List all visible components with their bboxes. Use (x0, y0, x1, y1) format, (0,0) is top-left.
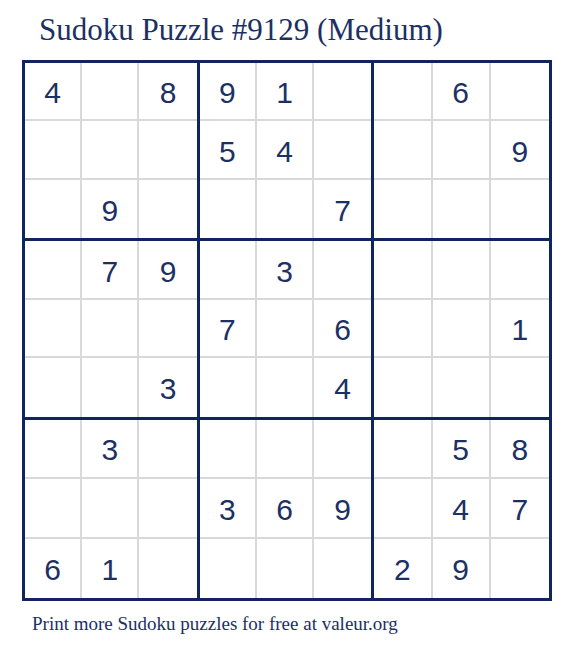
cell-r6c6: 4 (314, 358, 371, 416)
cell-r8c8: 4 (433, 479, 491, 538)
cell-r7c1 (25, 420, 82, 479)
cell-r5c5 (257, 300, 314, 358)
box-1-3: 69 (374, 63, 549, 241)
cell-r2c1 (25, 121, 82, 179)
cell-r4c1 (25, 241, 82, 299)
cell-r4c5: 3 (257, 241, 314, 299)
box-3-2: 369 (200, 420, 375, 598)
cell-r5c4: 7 (200, 300, 257, 358)
cell-r6c3: 3 (139, 358, 196, 416)
cell-r2c6 (314, 121, 371, 179)
cell-r8c9: 7 (491, 479, 549, 538)
cell-r4c6 (314, 241, 371, 299)
cell-r5c2 (82, 300, 139, 358)
cell-r8c6: 9 (314, 479, 371, 538)
cell-r7c5 (257, 420, 314, 479)
cell-r2c2 (82, 121, 139, 179)
cell-r6c2 (82, 358, 139, 416)
cell-r1c1: 4 (25, 63, 82, 121)
cell-r9c5 (257, 539, 314, 598)
cell-r1c3: 8 (139, 63, 196, 121)
cell-r9c1: 6 (25, 539, 82, 598)
cell-r5c9: 1 (491, 300, 549, 358)
cell-r9c4 (200, 539, 257, 598)
cell-r3c5 (257, 180, 314, 238)
puzzle-title: Sudoku Puzzle #9129 (Medium) (39, 12, 443, 48)
cell-r7c9: 8 (491, 420, 549, 479)
cell-r6c8 (433, 358, 491, 416)
cell-r3c4 (200, 180, 257, 238)
cell-r3c9 (491, 180, 549, 238)
cell-r4c7 (374, 241, 432, 299)
cell-r2c4: 5 (200, 121, 257, 179)
cell-r3c6: 7 (314, 180, 371, 238)
cell-r8c7 (374, 479, 432, 538)
cell-r7c7 (374, 420, 432, 479)
cell-r2c7 (374, 121, 432, 179)
cell-r7c2: 3 (82, 420, 139, 479)
cell-r8c2 (82, 479, 139, 538)
cell-r2c3 (139, 121, 196, 179)
cell-r3c8 (433, 180, 491, 238)
cell-r9c9 (491, 539, 549, 598)
cell-r2c9: 9 (491, 121, 549, 179)
cell-r9c8: 9 (433, 539, 491, 598)
cell-r8c5: 6 (257, 479, 314, 538)
box-2-1: 793 (25, 241, 200, 419)
cell-r1c4: 9 (200, 63, 257, 121)
cell-r7c4 (200, 420, 257, 479)
cell-r9c6 (314, 539, 371, 598)
cell-r1c8: 6 (433, 63, 491, 121)
cell-r8c4: 3 (200, 479, 257, 538)
cell-r6c5 (257, 358, 314, 416)
cell-r3c2: 9 (82, 180, 139, 238)
cell-r1c9 (491, 63, 549, 121)
cell-r4c2: 7 (82, 241, 139, 299)
cell-r1c6 (314, 63, 371, 121)
cell-r6c4 (200, 358, 257, 416)
cell-r4c4 (200, 241, 257, 299)
cell-r1c5: 1 (257, 63, 314, 121)
sudoku-board: 489915476979337641361369584729 (22, 60, 552, 601)
cell-r5c8 (433, 300, 491, 358)
box-3-1: 361 (25, 420, 200, 598)
cell-r4c8 (433, 241, 491, 299)
cell-r7c3 (139, 420, 196, 479)
cell-r4c9 (491, 241, 549, 299)
cell-r1c2 (82, 63, 139, 121)
cell-r8c1 (25, 479, 82, 538)
cell-r9c3 (139, 539, 196, 598)
cell-r2c8 (433, 121, 491, 179)
cell-r1c7 (374, 63, 432, 121)
cell-r6c9 (491, 358, 549, 416)
box-2-3: 1 (374, 241, 549, 419)
cell-r5c3 (139, 300, 196, 358)
cell-r5c6: 6 (314, 300, 371, 358)
cell-r9c2: 1 (82, 539, 139, 598)
cell-r6c7 (374, 358, 432, 416)
cell-r2c5: 4 (257, 121, 314, 179)
cell-r6c1 (25, 358, 82, 416)
box-2-2: 3764 (200, 241, 375, 419)
footer-text: Print more Sudoku puzzles for free at va… (32, 613, 398, 635)
cell-r5c1 (25, 300, 82, 358)
page: Sudoku Puzzle #9129 (Medium) 48991547697… (0, 0, 574, 651)
cell-r7c6 (314, 420, 371, 479)
cell-r3c7 (374, 180, 432, 238)
box-1-1: 489 (25, 63, 200, 241)
cell-r7c8: 5 (433, 420, 491, 479)
cell-r3c1 (25, 180, 82, 238)
cell-r8c3 (139, 479, 196, 538)
cell-r5c7 (374, 300, 432, 358)
cell-r9c7: 2 (374, 539, 432, 598)
cell-r3c3 (139, 180, 196, 238)
cell-r4c3: 9 (139, 241, 196, 299)
box-3-3: 584729 (374, 420, 549, 598)
box-1-2: 91547 (200, 63, 375, 241)
